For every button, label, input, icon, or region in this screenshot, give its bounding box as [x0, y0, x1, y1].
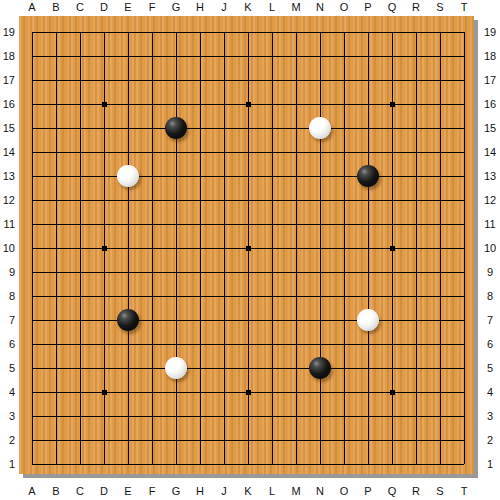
intersection-A12[interactable]	[20, 188, 44, 212]
intersection-D12[interactable]	[92, 188, 116, 212]
intersection-F10[interactable]	[140, 236, 164, 260]
intersection-D9[interactable]	[92, 260, 116, 284]
intersection-B11[interactable]	[44, 212, 68, 236]
intersection-G8[interactable]	[164, 284, 188, 308]
intersection-F16[interactable]	[140, 92, 164, 116]
intersection-E5[interactable]	[116, 356, 140, 380]
intersection-Q19[interactable]	[380, 20, 404, 44]
intersection-H14[interactable]	[188, 140, 212, 164]
intersection-O15[interactable]	[332, 116, 356, 140]
intersection-S10[interactable]	[428, 236, 452, 260]
intersection-K10[interactable]	[236, 236, 260, 260]
intersection-O4[interactable]	[332, 380, 356, 404]
intersection-S8[interactable]	[428, 284, 452, 308]
intersection-M2[interactable]	[284, 428, 308, 452]
intersection-R2[interactable]	[404, 428, 428, 452]
intersection-Q3[interactable]	[380, 404, 404, 428]
intersection-N10[interactable]	[308, 236, 332, 260]
intersection-O17[interactable]	[332, 68, 356, 92]
intersection-E18[interactable]	[116, 44, 140, 68]
intersection-M7[interactable]	[284, 308, 308, 332]
intersection-T12[interactable]	[452, 188, 476, 212]
intersection-O8[interactable]	[332, 284, 356, 308]
black-stone-P13[interactable]	[357, 165, 379, 187]
intersection-P2[interactable]	[356, 428, 380, 452]
intersection-Q11[interactable]	[380, 212, 404, 236]
intersection-O5[interactable]	[332, 356, 356, 380]
intersection-K17[interactable]	[236, 68, 260, 92]
intersection-M13[interactable]	[284, 164, 308, 188]
intersection-B2[interactable]	[44, 428, 68, 452]
intersection-Q17[interactable]	[380, 68, 404, 92]
intersection-G12[interactable]	[164, 188, 188, 212]
intersection-B5[interactable]	[44, 356, 68, 380]
intersection-N2[interactable]	[308, 428, 332, 452]
intersection-C5[interactable]	[68, 356, 92, 380]
intersection-A11[interactable]	[20, 212, 44, 236]
intersection-H7[interactable]	[188, 308, 212, 332]
intersection-N4[interactable]	[308, 380, 332, 404]
intersection-K16[interactable]	[236, 92, 260, 116]
intersection-B7[interactable]	[44, 308, 68, 332]
intersection-R6[interactable]	[404, 332, 428, 356]
intersection-H12[interactable]	[188, 188, 212, 212]
intersection-T1[interactable]	[452, 452, 476, 476]
intersection-M15[interactable]	[284, 116, 308, 140]
intersection-T4[interactable]	[452, 380, 476, 404]
intersection-Q7[interactable]	[380, 308, 404, 332]
intersection-K6[interactable]	[236, 332, 260, 356]
intersection-O9[interactable]	[332, 260, 356, 284]
intersection-O11[interactable]	[332, 212, 356, 236]
intersection-R5[interactable]	[404, 356, 428, 380]
intersection-L10[interactable]	[260, 236, 284, 260]
intersection-P5[interactable]	[356, 356, 380, 380]
intersection-N1[interactable]	[308, 452, 332, 476]
intersection-H3[interactable]	[188, 404, 212, 428]
intersection-S15[interactable]	[428, 116, 452, 140]
intersection-L12[interactable]	[260, 188, 284, 212]
intersection-K13[interactable]	[236, 164, 260, 188]
intersection-P15[interactable]	[356, 116, 380, 140]
intersection-S1[interactable]	[428, 452, 452, 476]
intersection-S13[interactable]	[428, 164, 452, 188]
intersection-C17[interactable]	[68, 68, 92, 92]
intersection-N12[interactable]	[308, 188, 332, 212]
intersection-M8[interactable]	[284, 284, 308, 308]
intersection-E15[interactable]	[116, 116, 140, 140]
intersection-O2[interactable]	[332, 428, 356, 452]
intersection-S18[interactable]	[428, 44, 452, 68]
intersection-K4[interactable]	[236, 380, 260, 404]
black-stone-N5[interactable]	[309, 357, 331, 379]
intersection-B15[interactable]	[44, 116, 68, 140]
intersection-B12[interactable]	[44, 188, 68, 212]
intersection-T5[interactable]	[452, 356, 476, 380]
intersection-P10[interactable]	[356, 236, 380, 260]
intersection-E2[interactable]	[116, 428, 140, 452]
intersection-Q13[interactable]	[380, 164, 404, 188]
intersection-L14[interactable]	[260, 140, 284, 164]
intersection-D7[interactable]	[92, 308, 116, 332]
intersection-M5[interactable]	[284, 356, 308, 380]
intersection-M18[interactable]	[284, 44, 308, 68]
intersection-E8[interactable]	[116, 284, 140, 308]
intersection-A9[interactable]	[20, 260, 44, 284]
intersection-R18[interactable]	[404, 44, 428, 68]
intersection-A2[interactable]	[20, 428, 44, 452]
intersection-J18[interactable]	[212, 44, 236, 68]
intersection-R16[interactable]	[404, 92, 428, 116]
intersection-K2[interactable]	[236, 428, 260, 452]
intersection-L15[interactable]	[260, 116, 284, 140]
intersection-B8[interactable]	[44, 284, 68, 308]
intersection-A6[interactable]	[20, 332, 44, 356]
intersection-O16[interactable]	[332, 92, 356, 116]
intersection-S3[interactable]	[428, 404, 452, 428]
intersection-C19[interactable]	[68, 20, 92, 44]
intersection-L2[interactable]	[260, 428, 284, 452]
intersection-K3[interactable]	[236, 404, 260, 428]
intersection-D6[interactable]	[92, 332, 116, 356]
intersection-A19[interactable]	[20, 20, 44, 44]
intersection-N6[interactable]	[308, 332, 332, 356]
intersection-G1[interactable]	[164, 452, 188, 476]
intersection-D2[interactable]	[92, 428, 116, 452]
white-stone-G5[interactable]	[165, 357, 187, 379]
intersection-T10[interactable]	[452, 236, 476, 260]
intersection-D17[interactable]	[92, 68, 116, 92]
intersection-P12[interactable]	[356, 188, 380, 212]
intersection-S17[interactable]	[428, 68, 452, 92]
intersection-J12[interactable]	[212, 188, 236, 212]
intersection-K12[interactable]	[236, 188, 260, 212]
intersection-J8[interactable]	[212, 284, 236, 308]
intersection-A18[interactable]	[20, 44, 44, 68]
intersection-J15[interactable]	[212, 116, 236, 140]
intersection-D19[interactable]	[92, 20, 116, 44]
white-stone-E13[interactable]	[117, 165, 139, 187]
intersection-L9[interactable]	[260, 260, 284, 284]
intersection-G9[interactable]	[164, 260, 188, 284]
intersection-E9[interactable]	[116, 260, 140, 284]
black-stone-E7[interactable]	[117, 309, 139, 331]
intersection-R11[interactable]	[404, 212, 428, 236]
intersection-E11[interactable]	[116, 212, 140, 236]
intersection-Q8[interactable]	[380, 284, 404, 308]
intersection-B13[interactable]	[44, 164, 68, 188]
intersection-R4[interactable]	[404, 380, 428, 404]
intersection-O6[interactable]	[332, 332, 356, 356]
intersection-B17[interactable]	[44, 68, 68, 92]
intersection-D10[interactable]	[92, 236, 116, 260]
intersection-T17[interactable]	[452, 68, 476, 92]
intersection-R10[interactable]	[404, 236, 428, 260]
intersection-Q16[interactable]	[380, 92, 404, 116]
intersection-P4[interactable]	[356, 380, 380, 404]
intersection-P11[interactable]	[356, 212, 380, 236]
black-stone-G15[interactable]	[165, 117, 187, 139]
intersection-N3[interactable]	[308, 404, 332, 428]
intersection-O1[interactable]	[332, 452, 356, 476]
intersection-F13[interactable]	[140, 164, 164, 188]
intersection-G6[interactable]	[164, 332, 188, 356]
intersection-L7[interactable]	[260, 308, 284, 332]
intersection-O3[interactable]	[332, 404, 356, 428]
intersection-P16[interactable]	[356, 92, 380, 116]
intersection-S11[interactable]	[428, 212, 452, 236]
intersection-N5[interactable]	[308, 356, 332, 380]
intersection-D13[interactable]	[92, 164, 116, 188]
intersection-S2[interactable]	[428, 428, 452, 452]
intersection-S7[interactable]	[428, 308, 452, 332]
intersection-F5[interactable]	[140, 356, 164, 380]
intersection-D8[interactable]	[92, 284, 116, 308]
intersection-J10[interactable]	[212, 236, 236, 260]
intersection-E12[interactable]	[116, 188, 140, 212]
intersection-J16[interactable]	[212, 92, 236, 116]
intersection-K14[interactable]	[236, 140, 260, 164]
intersection-F4[interactable]	[140, 380, 164, 404]
intersection-C1[interactable]	[68, 452, 92, 476]
intersection-N14[interactable]	[308, 140, 332, 164]
intersection-T9[interactable]	[452, 260, 476, 284]
intersection-C8[interactable]	[68, 284, 92, 308]
intersection-A16[interactable]	[20, 92, 44, 116]
intersection-J11[interactable]	[212, 212, 236, 236]
intersection-M14[interactable]	[284, 140, 308, 164]
intersection-M12[interactable]	[284, 188, 308, 212]
intersection-K1[interactable]	[236, 452, 260, 476]
intersection-H17[interactable]	[188, 68, 212, 92]
intersection-G10[interactable]	[164, 236, 188, 260]
intersection-J6[interactable]	[212, 332, 236, 356]
intersection-R9[interactable]	[404, 260, 428, 284]
intersection-R3[interactable]	[404, 404, 428, 428]
intersection-G19[interactable]	[164, 20, 188, 44]
intersection-C9[interactable]	[68, 260, 92, 284]
intersection-K15[interactable]	[236, 116, 260, 140]
intersection-F15[interactable]	[140, 116, 164, 140]
intersection-C13[interactable]	[68, 164, 92, 188]
intersection-J4[interactable]	[212, 380, 236, 404]
intersection-A4[interactable]	[20, 380, 44, 404]
intersection-R8[interactable]	[404, 284, 428, 308]
intersection-H5[interactable]	[188, 356, 212, 380]
intersection-L6[interactable]	[260, 332, 284, 356]
intersection-C7[interactable]	[68, 308, 92, 332]
intersection-H6[interactable]	[188, 332, 212, 356]
intersection-E1[interactable]	[116, 452, 140, 476]
intersection-A5[interactable]	[20, 356, 44, 380]
intersection-J3[interactable]	[212, 404, 236, 428]
intersection-P8[interactable]	[356, 284, 380, 308]
intersection-G16[interactable]	[164, 92, 188, 116]
intersection-C14[interactable]	[68, 140, 92, 164]
intersection-D14[interactable]	[92, 140, 116, 164]
intersection-E16[interactable]	[116, 92, 140, 116]
intersection-T19[interactable]	[452, 20, 476, 44]
intersection-O7[interactable]	[332, 308, 356, 332]
intersection-M3[interactable]	[284, 404, 308, 428]
intersection-K5[interactable]	[236, 356, 260, 380]
intersection-F18[interactable]	[140, 44, 164, 68]
intersection-C4[interactable]	[68, 380, 92, 404]
intersection-E19[interactable]	[116, 20, 140, 44]
intersection-L1[interactable]	[260, 452, 284, 476]
intersection-C16[interactable]	[68, 92, 92, 116]
intersection-B19[interactable]	[44, 20, 68, 44]
intersection-E10[interactable]	[116, 236, 140, 260]
intersection-H16[interactable]	[188, 92, 212, 116]
intersection-C12[interactable]	[68, 188, 92, 212]
intersection-M17[interactable]	[284, 68, 308, 92]
intersection-F8[interactable]	[140, 284, 164, 308]
intersection-K11[interactable]	[236, 212, 260, 236]
intersection-J19[interactable]	[212, 20, 236, 44]
intersection-B14[interactable]	[44, 140, 68, 164]
intersection-R17[interactable]	[404, 68, 428, 92]
intersection-H10[interactable]	[188, 236, 212, 260]
intersection-A7[interactable]	[20, 308, 44, 332]
intersection-R12[interactable]	[404, 188, 428, 212]
intersection-N11[interactable]	[308, 212, 332, 236]
intersection-F17[interactable]	[140, 68, 164, 92]
intersection-B3[interactable]	[44, 404, 68, 428]
intersection-E4[interactable]	[116, 380, 140, 404]
intersection-B10[interactable]	[44, 236, 68, 260]
intersection-B16[interactable]	[44, 92, 68, 116]
intersection-D5[interactable]	[92, 356, 116, 380]
white-stone-P7[interactable]	[357, 309, 379, 331]
intersection-G4[interactable]	[164, 380, 188, 404]
intersection-M4[interactable]	[284, 380, 308, 404]
intersection-A14[interactable]	[20, 140, 44, 164]
intersection-C18[interactable]	[68, 44, 92, 68]
intersection-N16[interactable]	[308, 92, 332, 116]
intersection-O19[interactable]	[332, 20, 356, 44]
intersection-Q12[interactable]	[380, 188, 404, 212]
intersection-M1[interactable]	[284, 452, 308, 476]
intersection-F19[interactable]	[140, 20, 164, 44]
intersection-L5[interactable]	[260, 356, 284, 380]
intersection-G13[interactable]	[164, 164, 188, 188]
intersection-H18[interactable]	[188, 44, 212, 68]
intersection-R7[interactable]	[404, 308, 428, 332]
intersection-B4[interactable]	[44, 380, 68, 404]
intersection-P13[interactable]	[356, 164, 380, 188]
intersection-P6[interactable]	[356, 332, 380, 356]
intersection-H8[interactable]	[188, 284, 212, 308]
intersection-M11[interactable]	[284, 212, 308, 236]
intersection-T8[interactable]	[452, 284, 476, 308]
intersection-J1[interactable]	[212, 452, 236, 476]
intersection-Q6[interactable]	[380, 332, 404, 356]
intersection-M19[interactable]	[284, 20, 308, 44]
intersection-F6[interactable]	[140, 332, 164, 356]
intersection-F14[interactable]	[140, 140, 164, 164]
intersection-F3[interactable]	[140, 404, 164, 428]
intersection-R15[interactable]	[404, 116, 428, 140]
intersection-K9[interactable]	[236, 260, 260, 284]
intersection-F9[interactable]	[140, 260, 164, 284]
intersection-L19[interactable]	[260, 20, 284, 44]
intersection-P19[interactable]	[356, 20, 380, 44]
intersection-L3[interactable]	[260, 404, 284, 428]
intersection-B18[interactable]	[44, 44, 68, 68]
intersection-D16[interactable]	[92, 92, 116, 116]
intersection-E7[interactable]	[116, 308, 140, 332]
intersection-H2[interactable]	[188, 428, 212, 452]
intersection-A17[interactable]	[20, 68, 44, 92]
intersection-Q4[interactable]	[380, 380, 404, 404]
intersection-C11[interactable]	[68, 212, 92, 236]
intersection-E14[interactable]	[116, 140, 140, 164]
intersection-J2[interactable]	[212, 428, 236, 452]
intersection-T11[interactable]	[452, 212, 476, 236]
intersection-Q14[interactable]	[380, 140, 404, 164]
intersection-F11[interactable]	[140, 212, 164, 236]
intersection-G17[interactable]	[164, 68, 188, 92]
intersection-P7[interactable]	[356, 308, 380, 332]
intersection-T14[interactable]	[452, 140, 476, 164]
intersection-J13[interactable]	[212, 164, 236, 188]
intersection-N17[interactable]	[308, 68, 332, 92]
intersection-P18[interactable]	[356, 44, 380, 68]
intersection-Q15[interactable]	[380, 116, 404, 140]
intersection-T18[interactable]	[452, 44, 476, 68]
intersection-T15[interactable]	[452, 116, 476, 140]
intersection-Q1[interactable]	[380, 452, 404, 476]
intersection-D11[interactable]	[92, 212, 116, 236]
intersection-S14[interactable]	[428, 140, 452, 164]
intersection-O18[interactable]	[332, 44, 356, 68]
intersection-N8[interactable]	[308, 284, 332, 308]
intersection-C6[interactable]	[68, 332, 92, 356]
intersection-A8[interactable]	[20, 284, 44, 308]
intersection-A1[interactable]	[20, 452, 44, 476]
intersection-H15[interactable]	[188, 116, 212, 140]
intersection-H4[interactable]	[188, 380, 212, 404]
intersection-K8[interactable]	[236, 284, 260, 308]
intersection-E3[interactable]	[116, 404, 140, 428]
intersection-H11[interactable]	[188, 212, 212, 236]
intersection-S9[interactable]	[428, 260, 452, 284]
intersection-P9[interactable]	[356, 260, 380, 284]
intersection-N18[interactable]	[308, 44, 332, 68]
intersection-R14[interactable]	[404, 140, 428, 164]
intersection-N13[interactable]	[308, 164, 332, 188]
intersection-F1[interactable]	[140, 452, 164, 476]
intersection-Q10[interactable]	[380, 236, 404, 260]
intersection-E13[interactable]	[116, 164, 140, 188]
intersection-R13[interactable]	[404, 164, 428, 188]
intersection-G11[interactable]	[164, 212, 188, 236]
intersection-E6[interactable]	[116, 332, 140, 356]
intersection-S6[interactable]	[428, 332, 452, 356]
intersection-N9[interactable]	[308, 260, 332, 284]
intersection-G15[interactable]	[164, 116, 188, 140]
intersection-H1[interactable]	[188, 452, 212, 476]
intersection-T16[interactable]	[452, 92, 476, 116]
intersection-J17[interactable]	[212, 68, 236, 92]
intersection-A13[interactable]	[20, 164, 44, 188]
intersection-T2[interactable]	[452, 428, 476, 452]
intersection-S5[interactable]	[428, 356, 452, 380]
intersection-J5[interactable]	[212, 356, 236, 380]
intersection-K18[interactable]	[236, 44, 260, 68]
intersection-H9[interactable]	[188, 260, 212, 284]
